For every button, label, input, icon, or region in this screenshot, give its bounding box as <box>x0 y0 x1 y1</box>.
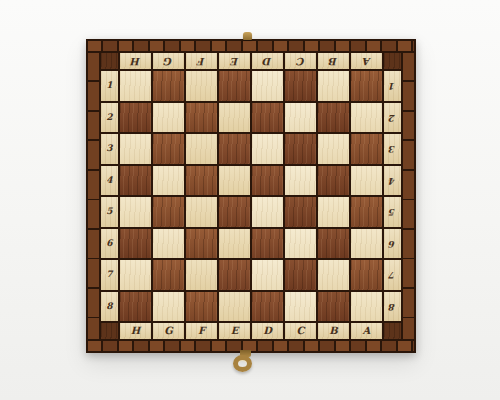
frame-mosaic-top <box>88 41 414 51</box>
square-c1 <box>285 71 316 101</box>
square-g3 <box>153 134 184 164</box>
rank-label-right-7: 7 <box>384 260 401 290</box>
file-label-top-f: F <box>186 53 217 69</box>
square-g5 <box>153 197 184 227</box>
square-b6 <box>318 229 349 259</box>
square-c5 <box>285 197 316 227</box>
square-e7 <box>219 260 250 290</box>
file-label-top-a: A <box>351 53 382 69</box>
file-label-bottom-g: G <box>153 323 184 339</box>
file-label-bottom-a: A <box>351 323 382 339</box>
file-label-bottom-b: B <box>318 323 349 339</box>
rank-label-left-6: 6 <box>101 229 118 259</box>
square-a5 <box>351 197 382 227</box>
square-b5 <box>318 197 349 227</box>
rank-label-right-6: 6 <box>384 229 401 259</box>
square-h1 <box>120 71 151 101</box>
rank-label-right-4: 4 <box>384 166 401 196</box>
file-label-bottom-c: C <box>285 323 316 339</box>
square-f8 <box>186 292 217 322</box>
square-h2 <box>120 103 151 133</box>
file-label-top-c: C <box>285 53 316 69</box>
square-e2 <box>219 103 250 133</box>
rank-label-right-3: 3 <box>384 134 401 164</box>
square-d5 <box>252 197 283 227</box>
square-d6 <box>252 229 283 259</box>
square-e4 <box>219 166 250 196</box>
square-f1 <box>186 71 217 101</box>
square-d3 <box>252 134 283 164</box>
square-a4 <box>351 166 382 196</box>
square-d1 <box>252 71 283 101</box>
square-g6 <box>153 229 184 259</box>
file-label-top-b: B <box>318 53 349 69</box>
square-f2 <box>186 103 217 133</box>
file-label-bottom-e: E <box>219 323 250 339</box>
square-d2 <box>252 103 283 133</box>
square-b3 <box>318 134 349 164</box>
rank-label-left-3: 3 <box>101 134 118 164</box>
square-h4 <box>120 166 151 196</box>
rank-label-left-1: 1 <box>101 71 118 101</box>
rank-label-left-4: 4 <box>101 166 118 196</box>
file-label-bottom-f: F <box>186 323 217 339</box>
square-f6 <box>186 229 217 259</box>
frame-corner-top-right <box>384 53 401 69</box>
square-d7 <box>252 260 283 290</box>
square-g7 <box>153 260 184 290</box>
square-f5 <box>186 197 217 227</box>
file-label-top-g: G <box>153 53 184 69</box>
square-a7 <box>351 260 382 290</box>
square-a1 <box>351 71 382 101</box>
rank-label-right-2: 2 <box>384 103 401 133</box>
square-a2 <box>351 103 382 133</box>
square-e1 <box>219 71 250 101</box>
square-d4 <box>252 166 283 196</box>
rank-label-left-7: 7 <box>101 260 118 290</box>
square-d8 <box>252 292 283 322</box>
square-e3 <box>219 134 250 164</box>
rank-label-right-8: 8 <box>384 292 401 322</box>
frame-corner-bottom-left <box>101 323 118 339</box>
square-e5 <box>219 197 250 227</box>
square-b8 <box>318 292 349 322</box>
file-label-top-h: H <box>120 53 151 69</box>
square-h3 <box>120 134 151 164</box>
square-b2 <box>318 103 349 133</box>
square-g1 <box>153 71 184 101</box>
rank-label-left-8: 8 <box>101 292 118 322</box>
square-a6 <box>351 229 382 259</box>
frame-mosaic-left <box>88 53 99 339</box>
clasp-ring-icon <box>233 355 252 372</box>
rank-label-right-5: 5 <box>384 197 401 227</box>
square-a3 <box>351 134 382 164</box>
square-c2 <box>285 103 316 133</box>
rank-label-left-5: 5 <box>101 197 118 227</box>
hinge-pin-icon <box>243 32 252 40</box>
photo-background: HGFEDCBAHGFEDCBA1234567812345678 <box>0 0 500 400</box>
square-f4 <box>186 166 217 196</box>
square-f3 <box>186 134 217 164</box>
square-h5 <box>120 197 151 227</box>
file-label-bottom-h: H <box>120 323 151 339</box>
file-label-top-e: E <box>219 53 250 69</box>
square-g8 <box>153 292 184 322</box>
square-f7 <box>186 260 217 290</box>
square-h7 <box>120 260 151 290</box>
rank-label-left-2: 2 <box>101 103 118 133</box>
frame-mosaic-bottom <box>88 341 414 351</box>
square-a8 <box>351 292 382 322</box>
square-h8 <box>120 292 151 322</box>
square-e6 <box>219 229 250 259</box>
square-c8 <box>285 292 316 322</box>
square-h6 <box>120 229 151 259</box>
square-e8 <box>219 292 250 322</box>
chessboard: HGFEDCBAHGFEDCBA1234567812345678 <box>86 39 416 353</box>
square-c4 <box>285 166 316 196</box>
square-b4 <box>318 166 349 196</box>
frame-corner-bottom-right <box>384 323 401 339</box>
frame-corner-top-left <box>101 53 118 69</box>
rank-label-right-1: 1 <box>384 71 401 101</box>
square-b1 <box>318 71 349 101</box>
square-b7 <box>318 260 349 290</box>
frame-mosaic-right <box>403 53 414 339</box>
square-g2 <box>153 103 184 133</box>
square-c6 <box>285 229 316 259</box>
file-label-top-d: D <box>252 53 283 69</box>
file-label-bottom-d: D <box>252 323 283 339</box>
square-c7 <box>285 260 316 290</box>
square-c3 <box>285 134 316 164</box>
square-g4 <box>153 166 184 196</box>
